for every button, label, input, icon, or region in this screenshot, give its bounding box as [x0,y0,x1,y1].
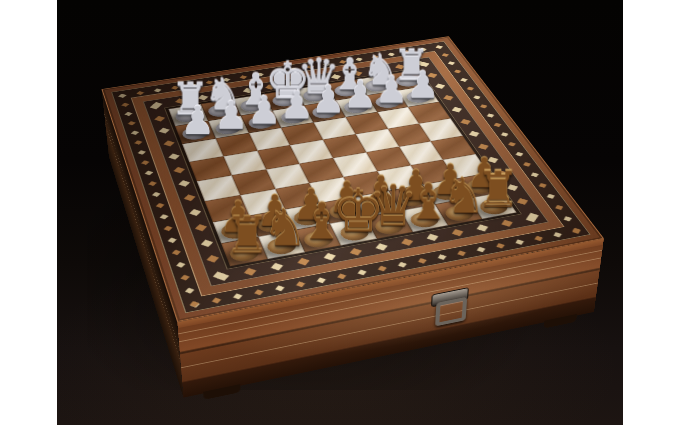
diamond-inlay-icon: ◆ [424,231,441,243]
diamond-inlay-icon: ◆ [170,248,182,257]
diamond-inlay-icon: ◆ [255,71,265,77]
diamond-inlay-icon: ◆ [295,255,312,267]
diamond-inlay-icon: ◆ [402,49,412,55]
diamond-inlay-icon: ◆ [187,81,197,87]
diamond-inlay-icon: ◆ [117,92,127,98]
diamond-inlay-icon: ◆ [466,129,482,138]
diamond-inlay-icon: ◆ [544,192,557,200]
diamond-inlay-icon: ◆ [183,285,195,294]
diamond-inlay-icon: ◆ [372,66,386,74]
diamond-inlay-icon: ◆ [335,271,348,280]
diamond-inlay-icon: ◆ [130,129,140,136]
piece-base [393,74,423,88]
square-b2[interactable]: ♟ [367,90,408,111]
diamond-inlay-icon: ◆ [569,226,582,234]
diamond-inlay-icon: ◆ [499,131,511,138]
piece-base [332,83,362,98]
square-b1[interactable]: ♞ [357,75,398,96]
diamond-inlay-icon: ◆ [370,53,380,59]
diamond-inlay-icon: ◆ [417,60,431,68]
square-d1[interactable]: ♛ [295,84,335,105]
square-h1[interactable]: ♜ [168,104,208,126]
diamond-inlay-icon: ◆ [153,114,167,123]
piece-white-pawn[interactable]: ♟ [180,102,215,139]
diamond-inlay-icon: ◆ [221,76,231,82]
diamond-inlay-icon: ◆ [315,275,328,284]
diamond-inlay-icon: ◆ [512,237,525,246]
diamond-inlay-icon: ◆ [305,63,315,69]
diamond-inlay-icon: ◆ [493,241,506,250]
square-b3[interactable] [377,107,419,129]
piece-base [214,120,244,136]
diamond-inlay-icon: ◆ [455,248,468,257]
diamond-inlay-icon: ◆ [561,214,574,222]
diamond-inlay-icon: ◆ [285,79,299,87]
diamond-inlay-icon: ◆ [162,138,176,148]
diamond-inlay-icon: ◆ [272,68,282,74]
diamond-inlay-icon: ◆ [415,256,428,265]
piece-white-pawn[interactable]: ♟ [247,91,282,128]
piece-white-pawn[interactable]: ♟ [311,81,345,117]
diamond-inlay-icon: ◆ [157,126,171,135]
photograph: ◆◆◆◆◆◆◆◆◆◆◆◆◆◆◆◆◆◆◆◆◆◆◆◆◆◆◆◆◆◆◆◆◆◆◆◆◆◆◆◆… [57,0,623,425]
diamond-inlay-icon: ◆ [263,83,277,91]
diamond-inlay-icon: ◆ [435,252,448,261]
diamond-inlay-icon: ◆ [347,246,364,258]
diamond-inlay-icon: ◆ [170,84,180,90]
piece-base [342,99,372,114]
piece-base [403,90,434,105]
diamond-inlay-icon: ◆ [485,112,497,119]
diamond-inlay-icon: ◆ [398,236,415,248]
diamond-inlay-icon: ◆ [474,244,487,253]
diamond-inlay-icon: ◆ [242,265,259,277]
diamond-inlay-icon: ◆ [268,260,285,272]
diamond-inlay-icon: ◆ [140,159,150,166]
diamond-inlay-icon: ◆ [153,87,163,93]
square-d2[interactable]: ♟ [304,100,345,122]
diamond-inlay-icon: ◆ [528,171,540,179]
photo-canvas: ◆◆◆◆◆◆◆◆◆◆◆◆◆◆◆◆◆◆◆◆◆◆◆◆◆◆◆◆◆◆◆◆◆◆◆◆◆◆◆◆… [0,0,680,425]
square-h2[interactable]: ♟ [175,121,215,144]
diamond-inlay-icon: ◆ [143,169,154,176]
diamond-inlay-icon: ◆ [355,267,368,276]
diamond-inlay-icon: ◆ [187,207,202,218]
square-f1[interactable]: ♝ [233,94,273,116]
scene-3d: ◆◆◆◆◆◆◆◆◆◆◆◆◆◆◆◆◆◆◆◆◆◆◆◆◆◆◆◆◆◆◆◆◆◆◆◆◆◆◆◆… [57,0,623,425]
diamond-inlay-icon: ◆ [241,86,255,95]
diamond-inlay-icon: ◆ [196,93,210,102]
diamond-inlay-icon: ◆ [536,181,549,189]
diamond-inlay-icon: ◆ [120,101,130,107]
diamond-inlay-icon: ◆ [135,89,145,95]
piece-base [246,115,276,131]
diamond-inlay-icon: ◆ [147,179,158,187]
piece-base [270,93,300,108]
diamond-inlay-icon: ◆ [471,94,482,100]
square-e1[interactable]: ♚ [264,89,304,110]
square-g1[interactable]: ♞ [201,99,241,121]
diamond-inlay-icon: ◆ [373,241,390,253]
piece-white-pawn[interactable]: ♟ [214,97,249,134]
diamond-inlay-icon: ◆ [532,233,545,242]
diamond-inlay-icon: ◆ [418,46,428,52]
diamond-inlay-icon: ◆ [307,76,321,84]
diamond-inlay-icon: ◆ [449,105,464,114]
piece-base [373,94,403,109]
diamond-inlay-icon: ◆ [172,165,187,175]
piece-base [238,98,267,113]
diamond-inlay-icon: ◆ [393,63,407,71]
diamond-inlay-icon: ◆ [179,273,191,282]
diamond-inlay-icon: ◆ [205,253,221,265]
square-c2[interactable]: ♟ [336,95,377,117]
diamond-inlay-icon: ◆ [204,79,214,85]
diamond-inlay-icon: ◆ [151,190,162,198]
diamond-inlay-icon: ◆ [182,192,197,203]
diamond-inlay-icon: ◆ [425,71,440,79]
diamond-inlay-icon: ◆ [321,61,331,67]
piece-base [181,125,211,141]
square-g3[interactable] [215,133,256,157]
diamond-inlay-icon: ◆ [491,121,503,128]
diamond-inlay-icon: ◆ [396,259,409,268]
diamond-inlay-icon: ◆ [552,203,565,211]
diamond-inlay-icon: ◆ [219,90,233,99]
diamond-inlay-icon: ◆ [376,263,389,272]
diamond-inlay-icon: ◆ [433,82,448,90]
piece-base [301,88,331,103]
diamond-inlay-icon: ◆ [123,110,133,117]
diamond-inlay-icon: ◆ [329,72,343,80]
diamond-inlay-icon: ◆ [441,93,456,102]
diamond-inlay-icon: ◆ [127,120,137,127]
diamond-inlay-icon: ◆ [162,224,173,232]
piece-white-pawn[interactable]: ♟ [343,76,377,112]
square-d4[interactable] [323,134,366,158]
square-b4[interactable] [388,124,431,147]
chess-box: ◆◆◆◆◆◆◆◆◆◆◆◆◆◆◆◆◆◆◆◆◆◆◆◆◆◆◆◆◆◆◆◆◆◆◆◆◆◆◆◆… [101,36,604,322]
square-c3[interactable] [345,112,387,135]
square-e2[interactable]: ♟ [272,105,313,127]
diamond-inlay-icon: ◆ [189,299,201,309]
square-c1[interactable]: ♝ [326,79,366,100]
diamond-inlay-icon: ◆ [133,139,143,146]
piece-white-pawn[interactable]: ♟ [279,86,314,123]
piece-black-rook[interactable]: ♜ [225,212,271,260]
diamond-inlay-icon: ◆ [458,77,469,83]
diamond-inlay-icon: ◆ [524,210,542,221]
diamond-inlay-icon: ◆ [446,60,457,66]
diamond-inlay-icon: ◆ [513,150,525,157]
piece-base [206,103,235,118]
diamond-inlay-icon: ◆ [465,85,476,91]
diamond-inlay-icon: ◆ [550,230,563,238]
diamond-inlay-icon: ◆ [569,226,582,234]
piece-base [174,108,203,124]
diamond-inlay-icon: ◆ [457,117,473,126]
square-d3[interactable] [313,117,355,140]
diamond-inlay-icon: ◆ [521,160,533,167]
diamond-inlay-icon: ◆ [173,97,187,106]
diamond-inlay-icon: ◆ [434,44,444,50]
diamond-inlay-icon: ◆ [354,56,364,62]
diamond-inlay-icon: ◆ [155,201,166,209]
diamond-inlay-icon: ◆ [273,283,286,292]
diamond-inlay-icon: ◆ [238,74,248,80]
diamond-inlay-icon: ◆ [166,236,177,245]
diamond-inlay-icon: ◆ [137,148,147,155]
piece-base [278,110,308,126]
diamond-inlay-icon: ◆ [522,213,540,224]
diamond-inlay-icon: ◆ [350,69,364,77]
square-f3[interactable] [249,128,291,151]
diamond-inlay-icon: ◆ [321,250,338,262]
square-e3[interactable] [281,122,323,145]
diamond-inlay-icon: ◆ [231,291,243,301]
square-c4[interactable] [355,129,398,152]
piece-base [363,79,393,94]
diamond-inlay-icon: ◆ [175,260,187,269]
diamond-inlay-icon: ◆ [294,279,307,288]
diamond-inlay-icon: ◆ [452,68,463,74]
diamond-inlay-icon: ◆ [478,103,489,109]
diamond-inlay-icon: ◆ [188,299,200,309]
diamond-inlay-icon: ◆ [506,140,518,147]
diamond-inlay-icon: ◆ [215,270,232,283]
diamond-inlay-icon: ◆ [337,58,347,64]
diamond-inlay-icon: ◆ [148,102,161,111]
diamond-inlay-icon: ◆ [440,52,451,58]
piece-white-pawn[interactable]: ♟ [374,71,408,107]
diamond-inlay-icon: ◆ [288,66,298,72]
diamond-inlay-icon: ◆ [473,222,491,233]
square-f2[interactable]: ♟ [240,110,281,132]
diamond-inlay-icon: ◆ [158,212,169,220]
square-g2[interactable]: ♟ [208,116,249,139]
diamond-inlay-icon: ◆ [386,51,396,57]
diamond-inlay-icon: ◆ [498,217,516,228]
diamond-inlay-icon: ◆ [210,295,222,305]
diamond-inlay-icon: ◆ [252,287,265,296]
diamond-inlay-icon: ◆ [211,269,228,282]
piece-base [310,104,340,119]
